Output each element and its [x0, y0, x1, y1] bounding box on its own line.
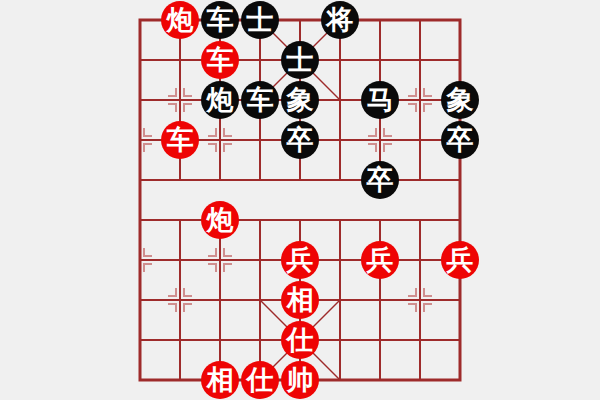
- piece-red-advisor[interactable]: 仕: [241, 361, 279, 399]
- piece-black-soldier[interactable]: 卒: [281, 121, 319, 159]
- piece-black-general[interactable]: 将: [321, 1, 359, 39]
- piece-black-soldier[interactable]: 卒: [361, 161, 399, 199]
- piece-red-cannon[interactable]: 炮: [201, 201, 239, 239]
- piece-black-advisor[interactable]: 士: [241, 1, 279, 39]
- piece-red-advisor[interactable]: 仕: [281, 321, 319, 359]
- piece-grid: 炮车士将车士炮车象马象车卒卒卒炮兵兵兵相仕相仕帅: [120, 0, 480, 400]
- piece-red-soldier[interactable]: 兵: [281, 241, 319, 279]
- piece-red-elephant[interactable]: 相: [281, 281, 319, 319]
- piece-red-chariot[interactable]: 车: [161, 121, 199, 159]
- piece-red-general[interactable]: 帅: [281, 361, 319, 399]
- piece-red-soldier[interactable]: 兵: [441, 241, 479, 279]
- piece-black-chariot[interactable]: 车: [241, 81, 279, 119]
- piece-black-elephant[interactable]: 象: [441, 81, 479, 119]
- piece-black-horse[interactable]: 马: [361, 81, 399, 119]
- piece-red-chariot[interactable]: 车: [201, 41, 239, 79]
- piece-black-soldier[interactable]: 卒: [441, 121, 479, 159]
- piece-red-soldier[interactable]: 兵: [361, 241, 399, 279]
- piece-red-elephant[interactable]: 相: [201, 361, 239, 399]
- piece-black-advisor[interactable]: 士: [281, 41, 319, 79]
- piece-black-cannon[interactable]: 炮: [201, 81, 239, 119]
- piece-black-elephant[interactable]: 象: [281, 81, 319, 119]
- xiangqi-screenshot: 炮车士将车士炮车象马象车卒卒卒炮兵兵兵相仕相仕帅: [0, 0, 600, 400]
- piece-red-cannon[interactable]: 炮: [161, 1, 199, 39]
- piece-black-chariot[interactable]: 车: [201, 1, 239, 39]
